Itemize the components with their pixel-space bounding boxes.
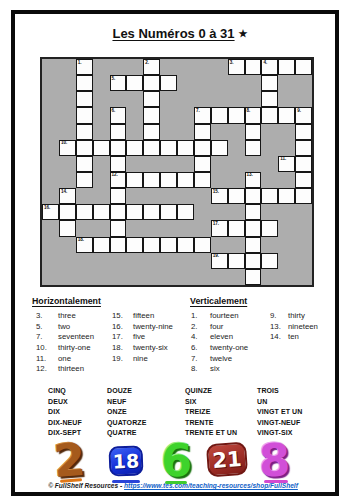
cell-number: 14. — [61, 190, 67, 195]
grid-cell-r3c11[interactable] — [228, 107, 245, 123]
clue-number: 6. — [191, 343, 210, 352]
decoration-number-6: 6 — [161, 442, 193, 481]
page-title-text: Les Numéros 0 à 31 — [112, 26, 234, 41]
crossword-grid: 1.2.3.4.5.6.7.8.9.10.11.12.13.14.15.16.1… — [40, 57, 314, 287]
clue-text: thirteen — [58, 364, 94, 373]
clue-number: 8. — [191, 364, 210, 373]
clue-text: fifteen — [133, 311, 173, 320]
grid-cell-r8c12[interactable] — [245, 188, 262, 204]
grid-cell-r8c13[interactable] — [261, 188, 278, 204]
decoration-number-21: 21 — [206, 442, 248, 478]
clue-number: 15. — [112, 311, 133, 320]
grid-cell-r5c2[interactable] — [76, 140, 93, 156]
grid-cell-r4c6[interactable] — [143, 124, 160, 140]
clue-number: 14. — [270, 332, 288, 341]
clue-text: nineteen — [288, 322, 318, 331]
cell-number: 16. — [44, 206, 50, 211]
star-icon: ★ — [239, 28, 248, 39]
grid-cell-r6c14[interactable]: 11. — [278, 156, 295, 172]
grid-cell-r9c0[interactable]: 16. — [42, 204, 59, 220]
grid-cell-r1c7[interactable] — [160, 75, 177, 91]
word-bank-item: DOUZE — [107, 386, 146, 397]
cell-number: 5. — [112, 77, 116, 82]
grid-cell-r0c12[interactable] — [245, 59, 262, 75]
word-bank-item: NEUF — [107, 397, 146, 408]
grid-cell-r3c4[interactable]: 6. — [110, 107, 127, 123]
grid-cell-r5c10[interactable] — [211, 140, 228, 156]
grid-cell-r11c3[interactable] — [93, 237, 110, 253]
clue-text: three — [58, 311, 94, 320]
decoration-number-2: 2 — [53, 441, 87, 481]
clue-number: 7. — [36, 332, 58, 341]
grid-cell-r11c6[interactable] — [143, 237, 160, 253]
clue-text: four — [210, 322, 248, 331]
clue-text: eleven — [210, 332, 248, 341]
clue-text: twenty-one — [210, 343, 248, 352]
grid-cell-r11c4[interactable] — [110, 237, 127, 253]
grid-cell-r10c10[interactable]: 17. — [211, 220, 228, 236]
grid-cell-r1c2[interactable] — [76, 75, 93, 91]
grid-cell-r12c11[interactable] — [228, 253, 245, 269]
grid-cell-r3c2[interactable] — [76, 107, 93, 123]
grid-cell-r7c6[interactable] — [143, 172, 160, 188]
cell-number: 17. — [213, 222, 219, 227]
cell-number: 12. — [112, 173, 118, 178]
grid-cell-r5c7[interactable] — [160, 140, 177, 156]
cell-number: 8. — [247, 109, 251, 114]
clue-number: 2. — [191, 322, 210, 331]
copyright-text: © FullShelf Resources - — [48, 482, 124, 489]
grid-cell-r9c7[interactable] — [160, 204, 177, 220]
word-bank-item: VINGT-NEUF — [257, 418, 302, 429]
grid-cell-r3c15[interactable]: 9. — [295, 107, 312, 123]
grid-cell-r11c9[interactable] — [194, 237, 211, 253]
cell-number: 9. — [297, 109, 301, 114]
grid-cell-r1c6[interactable] — [143, 75, 160, 91]
clue-number: 4. — [191, 332, 210, 341]
clue-text: two — [58, 322, 94, 331]
grid-cell-r1c13[interactable] — [261, 75, 278, 91]
grid-cell-r3c10[interactable] — [211, 107, 228, 123]
grid-cell-r5c9[interactable] — [194, 140, 211, 156]
word-bank-col2: DOUZENEUFONZEQUATORZEQUATRE — [107, 386, 146, 439]
word-bank-item: SIX — [185, 397, 237, 408]
grid-cell-r11c5[interactable] — [126, 237, 143, 253]
clue-number: 11. — [36, 354, 58, 363]
grid-cell-r5c1[interactable]: 10. — [59, 140, 76, 156]
clue-number: 7. — [191, 354, 210, 363]
cell-number: 18. — [78, 238, 84, 243]
grid-cell-r9c12[interactable] — [245, 204, 262, 220]
grid-cell-r5c15[interactable] — [295, 140, 312, 156]
word-bank-item: DIX — [48, 407, 82, 418]
cell-number: 10. — [61, 141, 67, 146]
grid-cell-r13c12[interactable] — [245, 269, 262, 285]
clue-number: 5. — [36, 322, 58, 331]
clue-number: 10. — [36, 343, 58, 352]
grid-cell-r0c6[interactable]: 2. — [143, 59, 160, 75]
clue-number: 18. — [112, 343, 133, 352]
grid-cell-r12c13[interactable] — [261, 253, 278, 269]
grid-cell-r9c8[interactable] — [177, 204, 194, 220]
footer-link[interactable]: https://www.tes.com/teaching-resources/s… — [124, 482, 298, 489]
grid-cell-r7c8[interactable] — [177, 172, 194, 188]
grid-cell-r5c4[interactable] — [110, 140, 127, 156]
word-bank-item: TRENTE ET UN — [185, 428, 237, 439]
grid-cell-r10c12[interactable] — [245, 220, 262, 236]
clue-number: 16. — [112, 322, 133, 331]
clue-text: thirty — [288, 311, 318, 320]
grid-cell-r3c13[interactable] — [261, 107, 278, 123]
grid-cell-r10c1[interactable] — [59, 220, 76, 236]
footer: © FullShelf Resources - https://www.tes.… — [0, 482, 346, 489]
grid-cell-r7c12[interactable]: 13. — [245, 172, 262, 188]
grid-cell-r4c9[interactable] — [194, 124, 211, 140]
grid-cell-r9c6[interactable] — [143, 204, 160, 220]
grid-cell-r6c2[interactable] — [76, 156, 93, 172]
grid-cell-r11c7[interactable] — [160, 237, 177, 253]
word-bank-item: QUINZE — [185, 386, 237, 397]
grid-cell-r1c5[interactable] — [126, 75, 143, 91]
grid-cell-r7c2[interactable] — [76, 172, 93, 188]
clue-text: twelve — [210, 354, 248, 363]
clue-text: six — [210, 364, 248, 373]
grid-cell-r9c5[interactable] — [126, 204, 143, 220]
down-clues-col2: 9.thirty13.nineteen14.ten — [270, 311, 318, 343]
clue-number: 3. — [36, 311, 58, 320]
cell-number: 4. — [263, 61, 267, 66]
cell-number: 3. — [230, 61, 234, 66]
cell-number: 6. — [112, 109, 116, 114]
grid-cell-r10c4[interactable] — [110, 220, 127, 236]
across-clues-col1: 3.three5.two7.seventeen10.thirty-one11.o… — [36, 311, 94, 375]
decoration-number-8: 8 — [258, 441, 291, 480]
clue-number: 17. — [112, 332, 133, 341]
word-bank-item: QUATORZE — [107, 418, 146, 429]
decoration-number-18: 18 — [108, 445, 143, 476]
clue-text: one — [58, 354, 94, 363]
grid-cell-r2c13[interactable] — [261, 91, 278, 107]
grid-cell-r10c13[interactable] — [261, 220, 278, 236]
grid-cell-r4c2[interactable] — [76, 124, 93, 140]
grid-cell-r8c10[interactable]: 15. — [211, 188, 228, 204]
grid-cell-r0c13[interactable]: 4. — [261, 59, 278, 75]
clue-number: 9. — [270, 311, 288, 320]
word-bank-col1: CINQDEUXDIXDIX-NEUFDIX-SEPT — [48, 386, 82, 439]
grid-cell-r6c9[interactable] — [194, 156, 211, 172]
across-clues-col2: 15.fifteen16.twenty-nine17.five18.twenty… — [112, 311, 173, 364]
grid-cell-r7c4[interactable]: 12. — [110, 172, 127, 188]
grid-cell-r3c6[interactable] — [143, 107, 160, 123]
grid-cell-r1c4[interactable]: 5. — [110, 75, 127, 91]
grid-cell-r4c4[interactable] — [110, 124, 127, 140]
grid-cell-r8c14[interactable] — [278, 188, 295, 204]
grid-cell-r9c2[interactable] — [76, 204, 93, 220]
clue-text: fourteen — [210, 311, 248, 320]
grid-cell-r9c3[interactable] — [93, 204, 110, 220]
grid-cell-r0c11[interactable]: 3. — [228, 59, 245, 75]
cell-number: 13. — [247, 173, 253, 178]
cell-number: 7. — [196, 109, 200, 114]
word-bank-item: TREIZE — [185, 407, 237, 418]
grid-cell-r11c8[interactable] — [177, 237, 194, 253]
word-bank-col3: QUINZESIXTREIZETRENTETRENTE ET UN — [185, 386, 237, 439]
clue-text: twenty-six — [133, 343, 173, 352]
grid-cell-r10c11[interactable] — [228, 220, 245, 236]
clue-text: seventeen — [58, 332, 94, 341]
grid-cell-r9c4[interactable] — [110, 204, 127, 220]
grid-cell-r11c2[interactable]: 18. — [76, 237, 93, 253]
grid-cell-r8c1[interactable]: 14. — [59, 188, 76, 204]
word-bank-item: UN — [257, 397, 302, 408]
word-bank-item: TROIS — [257, 386, 302, 397]
grid-cell-r9c1[interactable] — [59, 204, 76, 220]
grid-cell-r12c10[interactable]: 19. — [211, 253, 228, 269]
grid-cell-r8c4[interactable] — [110, 188, 127, 204]
grid-cell-r7c15[interactable] — [295, 172, 312, 188]
grid-cell-r7c7[interactable] — [160, 172, 177, 188]
grid-cell-r4c12[interactable] — [245, 124, 262, 140]
word-bank-col4: TROISUNVINGT ET UNVINGT-NEUFVINGT-SIX — [257, 386, 302, 439]
worksheet-page: Les Numéros 0 à 31★ 1.2.3.4.5.6.7.8.9.10… — [0, 0, 346, 500]
grid-cell-r3c12[interactable]: 8. — [245, 107, 262, 123]
clue-text: nine — [133, 354, 173, 363]
grid-cell-r7c9[interactable] — [194, 172, 211, 188]
clue-number: 1. — [191, 311, 210, 320]
grid-cell-r0c2[interactable]: 1. — [76, 59, 93, 75]
clue-number: 12. — [36, 364, 58, 373]
cell-number: 19. — [213, 254, 219, 259]
grid-cell-r4c15[interactable] — [295, 124, 312, 140]
grid-cell-r8c11[interactable] — [228, 188, 245, 204]
across-heading: Horizontalement — [32, 296, 101, 306]
grid-cell-r0c14[interactable] — [278, 59, 295, 75]
word-bank-item: DIX-NEUF — [48, 418, 82, 429]
grid-cell-r5c6[interactable] — [143, 140, 160, 156]
grid-cell-r12c12[interactable] — [245, 253, 262, 269]
grid-cell-r6c15[interactable] — [295, 156, 312, 172]
page-title: Les Numéros 0 à 31★ — [14, 26, 346, 41]
grid-cell-r5c5[interactable] — [126, 140, 143, 156]
down-heading: Verticalement — [190, 296, 247, 306]
word-bank-item: TRENTE — [185, 418, 237, 429]
clue-number: 19. — [112, 354, 133, 363]
cell-number: 11. — [280, 157, 286, 162]
clue-text: twenty-nine — [133, 322, 173, 331]
clue-text: five — [133, 332, 173, 341]
grid-cell-r8c15[interactable] — [295, 188, 312, 204]
grid-cell-r2c6[interactable] — [143, 91, 160, 107]
cell-number: 1. — [78, 61, 82, 66]
grid-cell-r2c2[interactable] — [76, 91, 93, 107]
word-bank-item: QUATRE — [107, 428, 146, 439]
cell-number: 2. — [145, 61, 149, 66]
grid-cell-r3c14[interactable] — [278, 107, 295, 123]
grid-cell-r11c12[interactable] — [245, 237, 262, 253]
clue-text: thirty-one — [58, 343, 94, 352]
word-bank-item: CINQ — [48, 386, 82, 397]
word-bank-item: DEUX — [48, 397, 82, 408]
grid-cell-r7c5[interactable] — [126, 172, 143, 188]
clue-text: ten — [288, 332, 318, 341]
word-bank-item: VINGT ET UN — [257, 407, 302, 418]
grid-cell-r3c9[interactable]: 7. — [194, 107, 211, 123]
grid-cell-r5c3[interactable] — [93, 140, 110, 156]
cell-number: 15. — [213, 190, 219, 195]
grid-cell-r5c8[interactable] — [177, 140, 194, 156]
clue-number: 13. — [270, 322, 288, 331]
grid-cell-r0c15[interactable] — [295, 59, 312, 75]
grid-cell-r5c12[interactable] — [245, 140, 262, 156]
grid-cell-r6c4[interactable] — [110, 156, 127, 172]
down-clues-col1: 1.fourteen2.four4.eleven6.twenty-one7.tw… — [191, 311, 248, 375]
word-bank-item: ONZE — [107, 407, 146, 418]
